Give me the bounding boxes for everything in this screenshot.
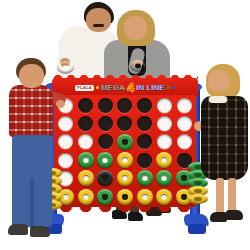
- cell-r3c6[interactable]: [155, 133, 175, 151]
- held-disc-yellow[interactable]: [57, 61, 74, 74]
- cell-r4c6[interactable]: [155, 151, 175, 169]
- disc-center-hole: [102, 194, 108, 200]
- connect-four-board: [54, 95, 196, 207]
- boy-hand: [56, 100, 65, 108]
- woman-face: [124, 16, 147, 40]
- cell-r1c7[interactable]: [174, 96, 194, 114]
- empty-hole: [58, 153, 73, 168]
- disc-center-hole: [122, 194, 128, 200]
- empty-hole: [117, 116, 132, 131]
- girl-plaid-dress: [201, 96, 248, 180]
- cell-r2c2[interactable]: [76, 114, 96, 132]
- boy-shoe: [30, 226, 50, 237]
- disc-center-hole: [181, 175, 187, 181]
- cell-r3c4[interactable]: [115, 133, 135, 151]
- cell-r6c5[interactable]: [135, 188, 155, 206]
- empty-hole: [157, 134, 172, 149]
- cell-r2c3[interactable]: [95, 114, 115, 132]
- boy-plaid-shirt: [9, 85, 53, 137]
- empty-hole: [98, 98, 113, 113]
- cell-r1c2[interactable]: [76, 96, 96, 114]
- empty-hole: [137, 134, 152, 149]
- cell-r6c6[interactable]: [155, 188, 175, 206]
- disc-center-hole: [142, 175, 148, 181]
- cell-r1c4[interactable]: [115, 96, 135, 114]
- boy-jeans-seam: [30, 178, 34, 228]
- confetti-dot: [167, 86, 170, 89]
- cell-r2c6[interactable]: [155, 114, 175, 132]
- empty-hole: [117, 98, 132, 113]
- cell-r1c6[interactable]: [155, 96, 175, 114]
- banner-word-four: 4: [127, 81, 134, 94]
- cell-r6c2[interactable]: [76, 188, 96, 206]
- disc-center-hole: [102, 157, 108, 163]
- cell-r1c5[interactable]: [135, 96, 155, 114]
- disc-center-hole: [83, 157, 89, 163]
- green-disc[interactable]: [97, 152, 113, 168]
- empty-hole: [177, 116, 192, 131]
- cell-r2c1[interactable]: [56, 114, 76, 132]
- man-face: [86, 8, 111, 32]
- banner-logo: FLALA: [75, 85, 94, 91]
- cell-r4c5[interactable]: [135, 151, 155, 169]
- empty-hole: [58, 134, 73, 149]
- black-disc[interactable]: [97, 170, 113, 186]
- green-disc[interactable]: [156, 170, 172, 186]
- cell-r3c7[interactable]: [174, 133, 194, 151]
- yellow-disc[interactable]: [156, 189, 172, 205]
- cell-r4c3[interactable]: [95, 151, 115, 169]
- empty-hole: [78, 116, 93, 131]
- yellow-disc[interactable]: [78, 170, 94, 186]
- empty-hole: [78, 134, 93, 149]
- cell-r6c4[interactable]: [115, 188, 135, 206]
- cell-r3c2[interactable]: [76, 133, 96, 151]
- disc-center-hole: [122, 175, 128, 181]
- girl-shoe: [226, 210, 243, 220]
- yellow-disc[interactable]: [117, 152, 133, 168]
- empty-hole: [98, 134, 113, 149]
- confetti-dot: [96, 86, 99, 89]
- boy-head: [19, 64, 44, 88]
- empty-hole: [137, 98, 152, 113]
- cell-r4c2[interactable]: [76, 151, 96, 169]
- disc-center-hole: [63, 194, 69, 200]
- giant-connect-four-photo: FLALA MEGA 4 IN LINE: [0, 0, 250, 250]
- disc-center-hole: [83, 175, 89, 181]
- girl-shoe: [210, 212, 227, 222]
- yellow-disc[interactable]: [78, 189, 94, 205]
- green-disc[interactable]: [137, 170, 153, 186]
- cell-r4c1[interactable]: [56, 151, 76, 169]
- empty-hole: [177, 134, 192, 149]
- banner-word-inline: IN LINE: [136, 84, 164, 92]
- held-disc-green[interactable]: [130, 60, 145, 72]
- boy-shoe: [8, 224, 28, 235]
- yellow-disc[interactable]: [117, 170, 133, 186]
- disc-center-hole: [161, 175, 167, 181]
- man-mustache: [93, 24, 104, 27]
- disc-center-hole: [142, 194, 148, 200]
- banner-word-mega: MEGA: [101, 84, 125, 92]
- empty-hole: [157, 116, 172, 131]
- cell-r4c4[interactable]: [115, 151, 135, 169]
- girl-leg: [228, 178, 236, 214]
- disc-center-hole: [122, 157, 128, 163]
- cell-r3c5[interactable]: [135, 133, 155, 151]
- green-disc[interactable]: [78, 152, 94, 168]
- cell-r5c6[interactable]: [155, 169, 175, 187]
- empty-hole: [137, 116, 152, 131]
- empty-hole: [58, 116, 73, 131]
- yellow-disc[interactable]: [137, 189, 153, 205]
- cell-r1c3[interactable]: [95, 96, 115, 114]
- cell-r5c2[interactable]: [76, 169, 96, 187]
- cell-r2c7[interactable]: [174, 114, 194, 132]
- cell-r6c3[interactable]: [95, 188, 115, 206]
- disc-center-hole: [161, 157, 167, 163]
- empty-hole: [78, 98, 93, 113]
- disc-center-hole: [102, 175, 108, 181]
- cell-r2c5[interactable]: [135, 114, 155, 132]
- green-disc[interactable]: [117, 134, 133, 150]
- right-foot-base: [188, 224, 206, 234]
- empty-hole: [98, 116, 113, 131]
- yellow-disc[interactable]: [156, 152, 172, 168]
- cell-r2c4[interactable]: [115, 114, 135, 132]
- disc-center-hole: [122, 139, 128, 145]
- cell-r3c1[interactable]: [56, 133, 76, 151]
- yellow-disc[interactable]: [117, 189, 133, 205]
- empty-hole: [157, 98, 172, 113]
- tray-disc-yellow[interactable]: [188, 194, 208, 204]
- empty-hole: [177, 98, 192, 113]
- cell-r3c3[interactable]: [95, 133, 115, 151]
- green-disc[interactable]: [97, 189, 113, 205]
- woman-heel-shoe: [128, 212, 143, 221]
- girl-collar: [209, 96, 227, 103]
- disc-center-hole: [83, 194, 89, 200]
- disc-center-hole: [161, 194, 167, 200]
- girl-head: [208, 70, 230, 92]
- cell-r5c4[interactable]: [115, 169, 135, 187]
- girl-leg: [216, 178, 224, 216]
- cell-r5c3[interactable]: [95, 169, 115, 187]
- confetti-dot: [172, 86, 175, 89]
- disc-center-hole: [181, 194, 187, 200]
- empty-hole: [137, 153, 152, 168]
- cell-r5c5[interactable]: [135, 169, 155, 187]
